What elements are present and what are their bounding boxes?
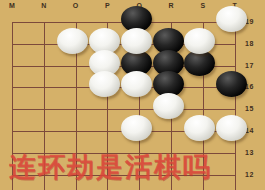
row-label-17: 17 <box>245 62 261 70</box>
column-label-R: R <box>165 2 177 10</box>
white-stone-Q14[interactable] <box>121 115 152 141</box>
white-stone-P16[interactable] <box>89 71 120 97</box>
white-stone-T19[interactable] <box>216 6 247 32</box>
white-stone-O18[interactable] <box>57 28 88 54</box>
row-label-16: 16 <box>245 83 261 91</box>
row-label-15: 15 <box>245 105 261 113</box>
row-label-19: 19 <box>245 18 261 26</box>
row-label-18: 18 <box>245 40 261 48</box>
column-label-O: O <box>70 2 82 10</box>
go-board-screenshot: MNOPQRST1918171615141312 连环劫是活棋吗 <box>0 0 265 190</box>
column-label-P: P <box>101 2 113 10</box>
white-stone-Q18[interactable] <box>121 28 152 54</box>
caption-overlay-text: 连环劫是活棋吗 <box>9 149 259 185</box>
column-label-M: M <box>6 2 18 10</box>
white-stone-R15[interactable] <box>153 93 184 119</box>
black-stone-T16[interactable] <box>216 71 247 97</box>
row-label-14: 14 <box>245 127 261 135</box>
white-stone-S14[interactable] <box>184 115 215 141</box>
white-stone-T14[interactable] <box>216 115 247 141</box>
column-label-S: S <box>197 2 209 10</box>
column-label-N: N <box>38 2 50 10</box>
white-stone-Q16[interactable] <box>121 71 152 97</box>
white-stone-S18[interactable] <box>184 28 215 54</box>
